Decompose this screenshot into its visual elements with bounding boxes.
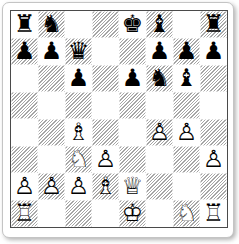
white-piece-outline-glyph: ♙	[173, 119, 200, 146]
piece-white-bishop[interactable]: ♝♗	[65, 119, 92, 146]
piece-black-pawn[interactable]: ♟	[173, 38, 200, 65]
piece-black-pawn[interactable]: ♟	[65, 65, 92, 92]
piece-black-queen[interactable]: ♛	[65, 38, 92, 65]
piece-white-pawn[interactable]: ♟♙	[38, 173, 65, 200]
piece-black-pawn[interactable]: ♟	[11, 38, 38, 65]
square-a8[interactable]: ♜	[11, 11, 38, 38]
chess-board: ♜♞♚♝♜♟♟♛♟♟♟♟♟♞♝♝♗♟♙♟♙♞♘♟♙♟♙♟♙♟♙♟♙♝♗♛♕♜♖♚…	[10, 10, 228, 228]
piece-white-bishop[interactable]: ♝♗	[92, 173, 119, 200]
square-e1[interactable]: ♚♔	[119, 200, 146, 227]
piece-black-knight[interactable]: ♞	[38, 11, 65, 38]
white-piece-outline-glyph: ♙	[92, 146, 119, 173]
square-e4[interactable]	[119, 119, 146, 146]
square-c2[interactable]: ♟♙	[65, 173, 92, 200]
square-e6[interactable]: ♟	[119, 65, 146, 92]
square-d3[interactable]: ♟♙	[92, 146, 119, 173]
square-g8[interactable]	[173, 11, 200, 38]
chess-diagram-image: ♜♞♚♝♜♟♟♛♟♟♟♟♟♞♝♝♗♟♙♟♙♞♘♟♙♟♙♟♙♟♙♟♙♝♗♛♕♜♖♚…	[0, 0, 239, 244]
square-e8[interactable]: ♚	[119, 11, 146, 38]
white-piece-outline-glyph: ♖	[11, 200, 38, 227]
piece-black-rook[interactable]: ♜	[200, 11, 227, 38]
square-b2[interactable]: ♟♙	[38, 173, 65, 200]
white-piece-outline-glyph: ♖	[200, 200, 227, 227]
square-f3[interactable]	[146, 146, 173, 173]
image-frame: ♜♞♚♝♜♟♟♛♟♟♟♟♟♞♝♝♗♟♙♟♙♞♘♟♙♟♙♟♙♟♙♟♙♝♗♛♕♜♖♚…	[2, 2, 234, 238]
square-b3[interactable]	[38, 146, 65, 173]
white-piece-outline-glyph: ♙	[65, 173, 92, 200]
piece-white-queen[interactable]: ♛♕	[119, 173, 146, 200]
square-g2[interactable]	[173, 173, 200, 200]
square-b7[interactable]: ♟	[38, 38, 65, 65]
piece-black-knight[interactable]: ♞	[146, 65, 173, 92]
square-b6[interactable]	[38, 65, 65, 92]
square-g6[interactable]: ♝	[173, 65, 200, 92]
square-g3[interactable]	[173, 146, 200, 173]
square-h3[interactable]: ♟♙	[200, 146, 227, 173]
square-f6[interactable]: ♞	[146, 65, 173, 92]
square-a3[interactable]	[11, 146, 38, 173]
piece-black-king[interactable]: ♚	[119, 11, 146, 38]
square-f7[interactable]: ♟	[146, 38, 173, 65]
square-f8[interactable]: ♝	[146, 11, 173, 38]
square-h1[interactable]: ♜♖	[200, 200, 227, 227]
piece-white-rook[interactable]: ♜♖	[11, 200, 38, 227]
white-piece-outline-glyph: ♗	[92, 173, 119, 200]
square-c5[interactable]	[65, 92, 92, 119]
square-c6[interactable]: ♟	[65, 65, 92, 92]
square-e7[interactable]	[119, 38, 146, 65]
square-h7[interactable]: ♟	[200, 38, 227, 65]
square-b5[interactable]	[38, 92, 65, 119]
piece-white-pawn[interactable]: ♟♙	[92, 146, 119, 173]
piece-white-pawn[interactable]: ♟♙	[146, 119, 173, 146]
white-piece-outline-glyph: ♙	[200, 146, 227, 173]
piece-black-pawn[interactable]: ♟	[119, 65, 146, 92]
square-g7[interactable]: ♟	[173, 38, 200, 65]
square-g1[interactable]: ♞♘	[173, 200, 200, 227]
square-d8[interactable]	[92, 11, 119, 38]
white-piece-outline-glyph: ♙	[38, 173, 65, 200]
white-piece-outline-glyph: ♙	[11, 173, 38, 200]
square-e2[interactable]: ♛♕	[119, 173, 146, 200]
piece-white-knight[interactable]: ♞♘	[173, 200, 200, 227]
square-c7[interactable]: ♛	[65, 38, 92, 65]
square-e5[interactable]	[119, 92, 146, 119]
piece-white-rook[interactable]: ♜♖	[200, 200, 227, 227]
square-h4[interactable]	[200, 119, 227, 146]
white-piece-outline-glyph: ♙	[146, 119, 173, 146]
piece-white-pawn[interactable]: ♟♙	[11, 173, 38, 200]
square-f4[interactable]: ♟♙	[146, 119, 173, 146]
square-c3[interactable]: ♞♘	[65, 146, 92, 173]
piece-white-pawn[interactable]: ♟♙	[65, 173, 92, 200]
square-d4[interactable]	[92, 119, 119, 146]
piece-white-pawn[interactable]: ♟♙	[173, 119, 200, 146]
piece-white-pawn[interactable]: ♟♙	[200, 146, 227, 173]
piece-black-bishop[interactable]: ♝	[173, 65, 200, 92]
piece-black-pawn[interactable]: ♟	[146, 38, 173, 65]
square-a5[interactable]	[11, 92, 38, 119]
square-a6[interactable]	[11, 65, 38, 92]
square-a4[interactable]	[11, 119, 38, 146]
square-d2[interactable]: ♝♗	[92, 173, 119, 200]
square-b8[interactable]: ♞	[38, 11, 65, 38]
square-h6[interactable]	[200, 65, 227, 92]
square-h8[interactable]: ♜	[200, 11, 227, 38]
square-d7[interactable]	[92, 38, 119, 65]
white-piece-outline-glyph: ♘	[173, 200, 200, 227]
square-h2[interactable]	[200, 173, 227, 200]
piece-black-pawn[interactable]: ♟	[38, 38, 65, 65]
square-f5[interactable]	[146, 92, 173, 119]
square-c1[interactable]	[65, 200, 92, 227]
square-c4[interactable]: ♝♗	[65, 119, 92, 146]
piece-white-knight[interactable]: ♞♘	[65, 146, 92, 173]
white-piece-outline-glyph: ♘	[65, 146, 92, 173]
square-h5[interactable]	[200, 92, 227, 119]
square-e3[interactable]	[119, 146, 146, 173]
square-f1[interactable]	[146, 200, 173, 227]
square-g4[interactable]: ♟♙	[173, 119, 200, 146]
square-b4[interactable]	[38, 119, 65, 146]
square-g5[interactable]	[173, 92, 200, 119]
square-c8[interactable]	[65, 11, 92, 38]
piece-black-rook[interactable]: ♜	[11, 11, 38, 38]
square-a1[interactable]: ♜♖	[11, 200, 38, 227]
square-a2[interactable]: ♟♙	[11, 173, 38, 200]
piece-black-pawn[interactable]: ♟	[200, 38, 227, 65]
white-piece-outline-glyph: ♗	[65, 119, 92, 146]
square-d1[interactable]	[92, 200, 119, 227]
square-b1[interactable]	[38, 200, 65, 227]
square-f2[interactable]	[146, 173, 173, 200]
square-d6[interactable]	[92, 65, 119, 92]
piece-white-king[interactable]: ♚♔	[119, 200, 146, 227]
piece-black-bishop[interactable]: ♝	[146, 11, 173, 38]
white-piece-outline-glyph: ♕	[119, 173, 146, 200]
square-d5[interactable]	[92, 92, 119, 119]
white-piece-outline-glyph: ♔	[119, 200, 146, 227]
square-a7[interactable]: ♟	[11, 38, 38, 65]
